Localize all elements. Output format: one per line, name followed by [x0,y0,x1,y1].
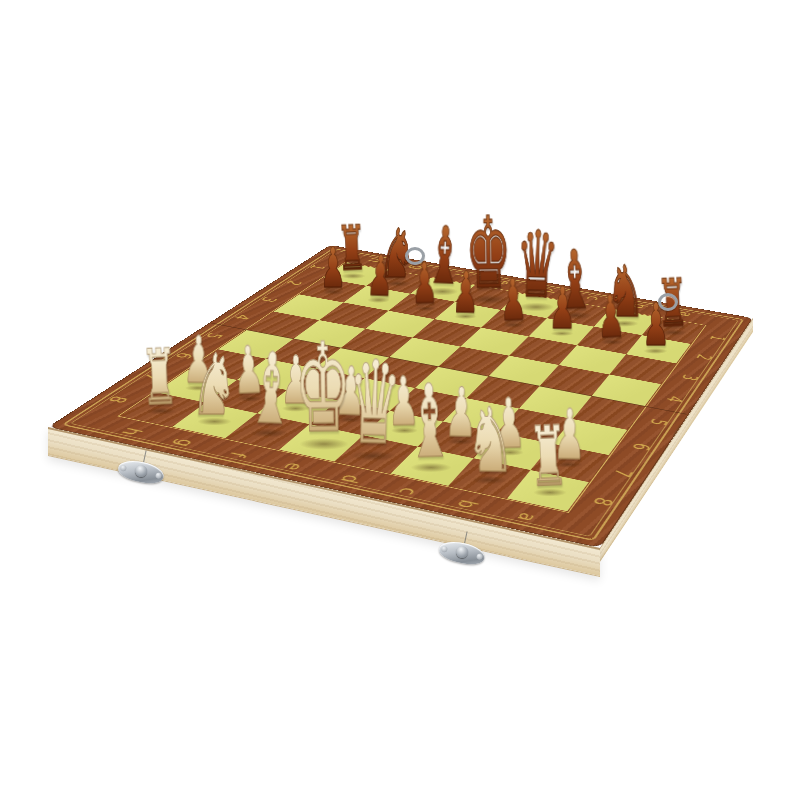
dark-pawn: ♟ [452,263,480,321]
product-photo-stage: hgfedcbahgfedcba1234567812345678 ♜♞♝♚♛♝♞… [0,0,800,800]
light-knight: ♞ [191,343,238,427]
hinge-ring-right [658,293,678,311]
dark-pawn: ♟ [596,287,626,346]
dark-pawn: ♟ [320,241,346,296]
hinge-ring-left [405,247,425,265]
light-bishop: ♝ [405,372,455,474]
dark-pawn: ♟ [549,280,577,338]
light-queen: ♛ [347,346,404,462]
pieces-layer: ♜♞♝♚♛♝♞♜♟♟♟♟♟♟♟♟♟♟♟♟♟♟♟♟♜♞♝♚♛♝♞♜ [0,0,800,800]
dark-pawn: ♟ [499,271,527,329]
light-knight: ♞ [465,396,516,486]
light-rook: ♜ [527,415,569,499]
light-king: ♚ [294,326,353,450]
light-rook: ♜ [140,339,179,417]
dark-pawn: ♟ [366,248,394,305]
light-bishop: ♝ [246,340,296,439]
